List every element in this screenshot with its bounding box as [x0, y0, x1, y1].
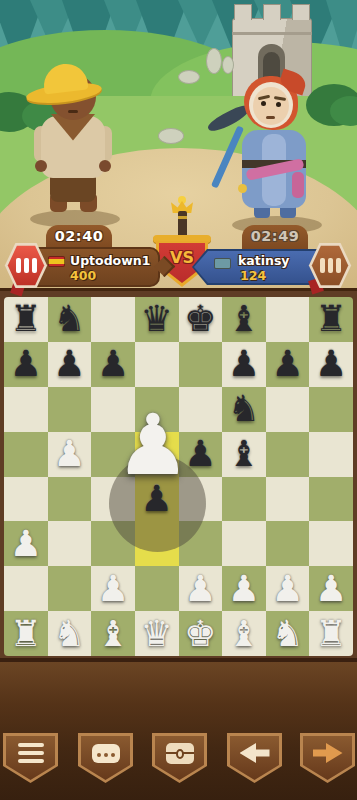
bottom-toolbar — [0, 662, 357, 800]
square-a3[interactable]: ♟ — [4, 521, 48, 566]
square-a5[interactable] — [4, 432, 48, 477]
rock — [158, 128, 184, 144]
black-pawn-c7[interactable]: ♟ — [97, 346, 129, 382]
white-rook-h1[interactable]: ♜ — [315, 616, 347, 652]
square-g7[interactable]: ♟ — [266, 342, 310, 387]
black-player-plate[interactable]: 02:49 katinsy 124 — [192, 225, 349, 287]
black-clock: 02:49 — [242, 228, 308, 244]
square-d1[interactable]: ♛ — [135, 611, 179, 656]
straw-hat-top — [41, 61, 88, 94]
pickaxe-grip-tip — [238, 184, 247, 193]
knight-mouth — [266, 116, 275, 119]
square-a4[interactable] — [4, 477, 48, 522]
square-b6[interactable] — [48, 387, 92, 432]
square-c8[interactable] — [91, 297, 135, 342]
black-pawn-b7[interactable]: ♟ — [53, 346, 85, 382]
white-pawn-e2[interactable]: ♟ — [184, 571, 216, 607]
black-knight-f6[interactable]: ♞ — [228, 391, 260, 427]
rank-bars-icon — [308, 242, 352, 289]
black-knight-b8[interactable]: ♞ — [53, 301, 85, 337]
square-e7[interactable] — [179, 342, 223, 387]
white-pawn-g2[interactable]: ♟ — [271, 571, 303, 607]
white-pawn-a3[interactable]: ♟ — [10, 526, 42, 562]
square-g2[interactable]: ♟ — [266, 566, 310, 611]
white-rank-badge — [4, 242, 48, 289]
player-flag-icon — [214, 258, 231, 269]
square-f7[interactable]: ♟ — [222, 342, 266, 387]
square-f4[interactable] — [222, 477, 266, 522]
white-pawn-c2[interactable]: ♟ — [97, 571, 129, 607]
chest-icon — [166, 743, 194, 764]
square-g8[interactable] — [266, 297, 310, 342]
square-h1[interactable]: ♜ — [309, 611, 353, 656]
square-a1[interactable]: ♜ — [4, 611, 48, 656]
square-a2[interactable] — [4, 566, 48, 611]
knight-eye — [261, 101, 266, 106]
white-player-rating: 400 — [70, 268, 96, 283]
dragged-white-pawn[interactable]: ♟ — [106, 397, 200, 493]
square-h8[interactable]: ♜ — [309, 297, 353, 342]
black-pawn-f7[interactable]: ♟ — [228, 346, 260, 382]
white-player-name: Uptodown1 — [70, 253, 150, 268]
square-h7[interactable]: ♟ — [309, 342, 353, 387]
farmer-fist — [99, 160, 111, 172]
black-player-rating: 124 — [240, 268, 266, 283]
square-d8[interactable]: ♛ — [135, 297, 179, 342]
square-c7[interactable]: ♟ — [91, 342, 135, 387]
square-b7[interactable]: ♟ — [48, 342, 92, 387]
square-a6[interactable] — [4, 387, 48, 432]
white-pawn-b5[interactable]: ♟ — [53, 436, 85, 472]
square-g4[interactable] — [266, 477, 310, 522]
chat-button[interactable] — [78, 733, 133, 783]
rank-bars-icon — [4, 242, 48, 289]
castle-merlon — [263, 4, 281, 20]
black-king-e8[interactable]: ♚ — [184, 301, 216, 337]
square-g6[interactable] — [266, 387, 310, 432]
square-f6[interactable]: ♞ — [222, 387, 266, 432]
square-c2[interactable]: ♟ — [91, 566, 135, 611]
square-f1[interactable]: ♝ — [222, 611, 266, 656]
square-f8[interactable]: ♝ — [222, 297, 266, 342]
black-player-name: katinsy — [238, 253, 290, 268]
square-b4[interactable] — [48, 477, 92, 522]
square-e2[interactable]: ♟ — [179, 566, 223, 611]
farmer-character — [28, 58, 120, 230]
castle-ledge — [232, 32, 312, 35]
black-pawn-h7[interactable]: ♟ — [315, 346, 347, 382]
board-frame: ♜♞♛♚♝♜♟♟♟♟♟♟♞♟♟♝♟♟♟♟♟♟♟♜♞♝♛♚♝♞♜ ♟ — [0, 288, 357, 662]
knight-character — [222, 72, 326, 234]
square-g5[interactable] — [266, 432, 310, 477]
black-pawn-a7[interactable]: ♟ — [10, 346, 42, 382]
black-rook-a8[interactable]: ♜ — [10, 301, 42, 337]
back-button[interactable] — [227, 733, 282, 783]
white-player-plate[interactable]: 02:40 Uptodown1 400 — [8, 225, 165, 287]
white-bishop-f1[interactable]: ♝ — [228, 616, 260, 652]
knight-eye — [276, 102, 281, 107]
castle-merlon — [292, 4, 310, 20]
square-h5[interactable] — [309, 432, 353, 477]
black-rook-h8[interactable]: ♜ — [315, 301, 347, 337]
spain-flag-icon — [48, 256, 65, 267]
square-f3[interactable] — [222, 521, 266, 566]
square-f2[interactable]: ♟ — [222, 566, 266, 611]
square-b2[interactable] — [48, 566, 92, 611]
white-king-e1[interactable]: ♚ — [184, 616, 216, 652]
square-d2[interactable] — [135, 566, 179, 611]
knight-face — [253, 87, 289, 125]
sword-hilt — [178, 211, 187, 237]
square-b8[interactable]: ♞ — [48, 297, 92, 342]
white-rook-a1[interactable]: ♜ — [10, 616, 42, 652]
chat-bubble-icon — [92, 744, 120, 763]
black-bishop-f8[interactable]: ♝ — [228, 301, 260, 337]
square-b5[interactable]: ♟ — [48, 432, 92, 477]
square-g3[interactable] — [266, 521, 310, 566]
sword-hilt-band — [178, 216, 187, 219]
square-h2[interactable]: ♟ — [309, 566, 353, 611]
black-queen-d8[interactable]: ♛ — [141, 301, 173, 337]
white-knight-g1[interactable]: ♞ — [271, 616, 303, 652]
black-bishop-f5[interactable]: ♝ — [228, 436, 260, 472]
white-clock: 02:40 — [46, 228, 112, 244]
rock — [206, 48, 222, 74]
arrow-left-icon — [240, 743, 270, 763]
square-g1[interactable]: ♞ — [266, 611, 310, 656]
farmer-mouth — [68, 110, 78, 113]
menu-button[interactable] — [3, 733, 58, 783]
square-b1[interactable]: ♞ — [48, 611, 92, 656]
farmer-fist — [35, 160, 47, 172]
white-pawn-h2[interactable]: ♟ — [315, 571, 347, 607]
black-rank-badge — [308, 242, 352, 289]
white-knight-b1[interactable]: ♞ — [53, 616, 85, 652]
knight-sash-tail — [292, 172, 304, 198]
square-e8[interactable]: ♚ — [179, 297, 223, 342]
chess-game-app: VS 02:40 Uptodown1 400 02:49 katinsy 124 — [0, 0, 357, 800]
square-f5[interactable]: ♝ — [222, 432, 266, 477]
square-c1[interactable]: ♝ — [91, 611, 135, 656]
rock — [178, 70, 200, 84]
forward-button[interactable] — [300, 733, 355, 783]
arrow-right-icon — [313, 743, 343, 763]
hamburger-icon — [18, 743, 44, 763]
white-queen-d1[interactable]: ♛ — [141, 616, 173, 652]
white-bishop-c1[interactable]: ♝ — [97, 616, 129, 652]
square-a8[interactable]: ♜ — [4, 297, 48, 342]
castle-merlon — [234, 4, 252, 20]
chest-button[interactable] — [152, 733, 207, 783]
white-pawn-f2[interactable]: ♟ — [228, 571, 260, 607]
square-a7[interactable]: ♟ — [4, 342, 48, 387]
square-e1[interactable]: ♚ — [179, 611, 223, 656]
square-b3[interactable] — [48, 521, 92, 566]
black-pawn-g7[interactable]: ♟ — [271, 346, 303, 382]
square-h4[interactable] — [309, 477, 353, 522]
square-h6[interactable] — [309, 387, 353, 432]
square-h3[interactable] — [309, 521, 353, 566]
square-d7[interactable] — [135, 342, 179, 387]
